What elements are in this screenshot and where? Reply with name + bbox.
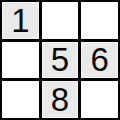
sudoku-board: 1 5 6 8 — [0, 0, 120, 120]
cell-r1c2[interactable] — [42, 2, 79, 39]
cell-r3c3[interactable] — [81, 81, 118, 118]
cell-r2c1[interactable] — [2, 42, 39, 79]
cell-r1c3[interactable] — [81, 2, 118, 39]
cell-r3c2: 8 — [42, 81, 79, 118]
cell-r1c1: 1 — [2, 2, 39, 39]
cell-r2c2: 5 — [42, 42, 79, 79]
cell-r3c1[interactable] — [2, 81, 39, 118]
cell-r2c3: 6 — [81, 42, 118, 79]
